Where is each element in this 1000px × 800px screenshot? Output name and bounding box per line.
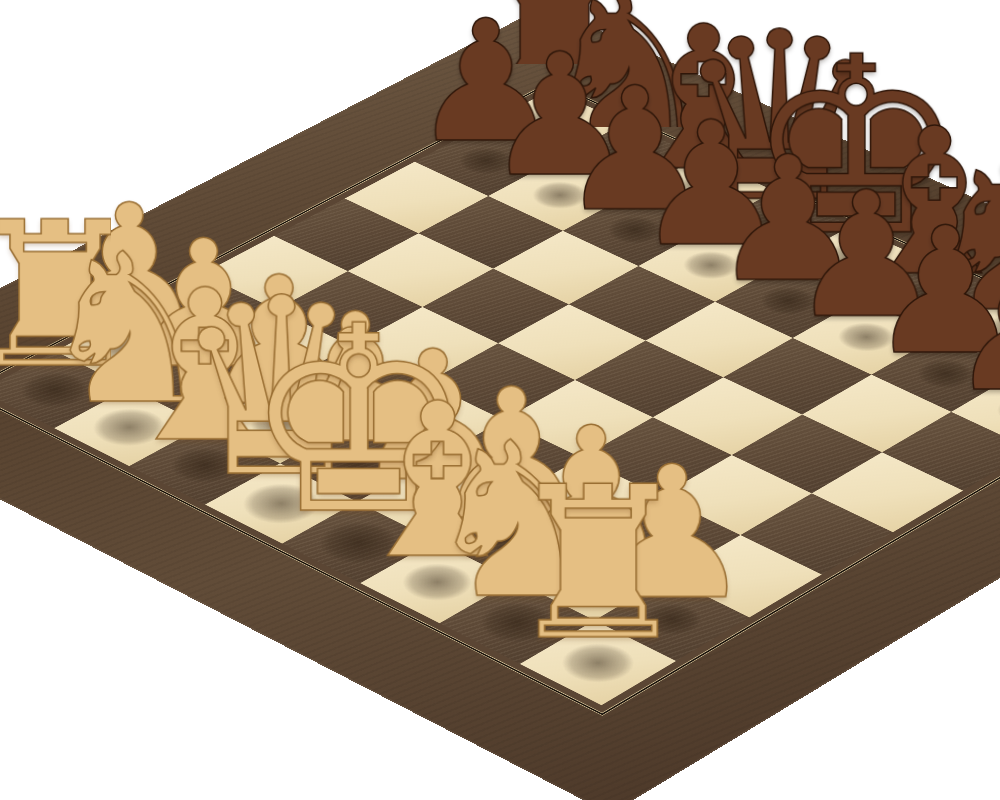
product-photo-stage: ♜♞♝♛♚♝♞♜♟♟♟♟♟♟♟♟♟♟♟♟♟♟♟♟♜♞♝♛♚♝♞♜ [0, 0, 1000, 800]
scene-3d: ♜♞♝♛♚♝♞♜♟♟♟♟♟♟♟♟♟♟♟♟♟♟♟♟♜♞♝♛♚♝♞♜ [0, 0, 1000, 800]
white-rook-glyph: ♜ [504, 458, 693, 668]
chess-board: ♜♞♝♛♚♝♞♜♟♟♟♟♟♟♟♟♟♟♟♟♟♟♟♟♜♞♝♛♚♝♞♜ [0, 6, 1000, 800]
black-pawn-glyph: ♟ [947, 240, 1000, 416]
